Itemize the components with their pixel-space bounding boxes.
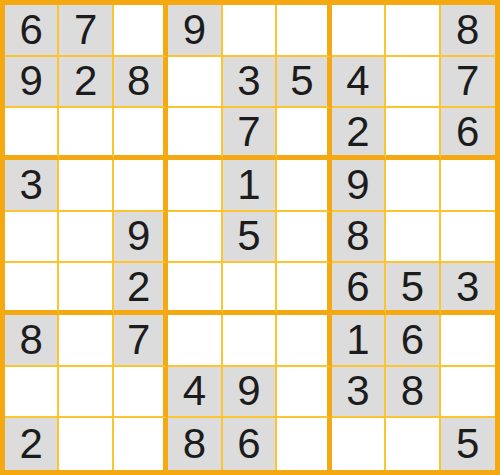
cell-r4c4[interactable] <box>168 160 222 212</box>
cell-r6c1[interactable] <box>5 263 59 315</box>
cell-r3c5: 7 <box>223 108 277 160</box>
cell-r5c3: 9 <box>114 212 168 264</box>
cell-r7c4[interactable] <box>168 315 222 367</box>
cell-r7c2[interactable] <box>59 315 113 367</box>
cell-r2c8[interactable] <box>386 57 440 109</box>
cell-r8c9[interactable] <box>441 367 495 419</box>
cell-r6c3: 2 <box>114 263 168 315</box>
cell-r2c1: 9 <box>5 57 59 109</box>
cell-r3c4[interactable] <box>168 108 222 160</box>
cell-r8c5: 9 <box>223 367 277 419</box>
cell-r1c2: 7 <box>59 5 113 57</box>
cell-r2c6: 5 <box>277 57 331 109</box>
cell-r9c8[interactable] <box>386 418 440 470</box>
cell-r4c1: 3 <box>5 160 59 212</box>
cell-r9c1: 2 <box>5 418 59 470</box>
cell-r6c5[interactable] <box>223 263 277 315</box>
cell-r1c5[interactable] <box>223 5 277 57</box>
cell-r8c1[interactable] <box>5 367 59 419</box>
cell-r6c6[interactable] <box>277 263 331 315</box>
cell-r1c3[interactable] <box>114 5 168 57</box>
cell-r5c6[interactable] <box>277 212 331 264</box>
cell-r2c5: 3 <box>223 57 277 109</box>
cell-r4c6[interactable] <box>277 160 331 212</box>
cell-r9c6[interactable] <box>277 418 331 470</box>
cell-r7c6[interactable] <box>277 315 331 367</box>
sudoku-board: 679892835477263199582653871649382865 <box>0 0 500 475</box>
cell-r7c1: 8 <box>5 315 59 367</box>
cell-r3c2[interactable] <box>59 108 113 160</box>
cell-r7c5[interactable] <box>223 315 277 367</box>
cell-r9c7[interactable] <box>332 418 386 470</box>
cell-r9c9: 5 <box>441 418 495 470</box>
cell-r7c7: 1 <box>332 315 386 367</box>
cell-r8c8: 8 <box>386 367 440 419</box>
cell-r5c7: 8 <box>332 212 386 264</box>
cell-r1c6[interactable] <box>277 5 331 57</box>
cell-r2c3: 8 <box>114 57 168 109</box>
cell-r9c4: 8 <box>168 418 222 470</box>
cell-r8c4: 4 <box>168 367 222 419</box>
cell-r8c3[interactable] <box>114 367 168 419</box>
cell-r3c1[interactable] <box>5 108 59 160</box>
sudoku-page: 679892835477263199582653871649382865 <box>0 0 500 475</box>
cell-r7c8: 6 <box>386 315 440 367</box>
cell-r4c2[interactable] <box>59 160 113 212</box>
cell-r6c9: 3 <box>441 263 495 315</box>
cell-r3c6[interactable] <box>277 108 331 160</box>
cell-r9c2[interactable] <box>59 418 113 470</box>
cell-r1c7[interactable] <box>332 5 386 57</box>
cell-r4c8[interactable] <box>386 160 440 212</box>
cell-r5c9[interactable] <box>441 212 495 264</box>
cell-r1c1: 6 <box>5 5 59 57</box>
cell-r3c3[interactable] <box>114 108 168 160</box>
cell-r4c9[interactable] <box>441 160 495 212</box>
cell-r6c4[interactable] <box>168 263 222 315</box>
cell-r2c7: 4 <box>332 57 386 109</box>
cell-r6c2[interactable] <box>59 263 113 315</box>
cell-r6c8: 5 <box>386 263 440 315</box>
cell-r4c7: 9 <box>332 160 386 212</box>
cell-r3c9: 6 <box>441 108 495 160</box>
cell-r5c4[interactable] <box>168 212 222 264</box>
cell-r3c8[interactable] <box>386 108 440 160</box>
cell-r5c2[interactable] <box>59 212 113 264</box>
cell-r2c9: 7 <box>441 57 495 109</box>
cell-r8c7: 3 <box>332 367 386 419</box>
cell-r4c5: 1 <box>223 160 277 212</box>
cell-r5c5: 5 <box>223 212 277 264</box>
cell-r5c8[interactable] <box>386 212 440 264</box>
cell-r9c3[interactable] <box>114 418 168 470</box>
cell-r9c5: 6 <box>223 418 277 470</box>
cell-r1c9: 8 <box>441 5 495 57</box>
cell-r3c7: 2 <box>332 108 386 160</box>
cell-r6c7: 6 <box>332 263 386 315</box>
cell-r2c2: 2 <box>59 57 113 109</box>
cell-r8c6[interactable] <box>277 367 331 419</box>
cell-r5c1[interactable] <box>5 212 59 264</box>
cell-r4c3[interactable] <box>114 160 168 212</box>
cell-r2c4[interactable] <box>168 57 222 109</box>
cell-r8c2[interactable] <box>59 367 113 419</box>
cell-r1c4: 9 <box>168 5 222 57</box>
cell-r7c3: 7 <box>114 315 168 367</box>
cell-r7c9[interactable] <box>441 315 495 367</box>
cell-r1c8[interactable] <box>386 5 440 57</box>
